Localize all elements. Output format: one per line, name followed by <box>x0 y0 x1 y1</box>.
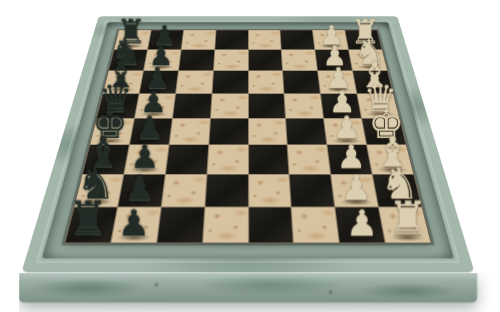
square-r8c5[interactable] <box>249 208 294 243</box>
square-r5c3[interactable] <box>169 118 209 144</box>
square-r3c4[interactable] <box>212 71 247 93</box>
square-r7c4[interactable] <box>205 175 247 207</box>
square-r5c5[interactable] <box>249 118 288 144</box>
square-r7c5[interactable] <box>249 175 291 207</box>
square-r8c4[interactable] <box>203 208 248 243</box>
square-r8c8[interactable]: ♜ <box>379 208 430 243</box>
square-r8c3[interactable] <box>157 208 204 243</box>
square-r6c5[interactable] <box>249 145 289 174</box>
piece-black-pawn[interactable]: ♟ <box>118 171 160 205</box>
tray-front-edge <box>19 273 477 303</box>
piece-white-rook[interactable]: ♜ <box>386 196 431 242</box>
square-r7c3[interactable] <box>162 175 206 207</box>
board: ♜♟♟♜♞♟♟♞♝♟♟♝♛♟♟♛♚♟♟♚♝♟♟♝♞♟♟♞♜♟♟♜ <box>64 30 432 244</box>
square-r1c5[interactable] <box>248 30 281 49</box>
square-r1c3[interactable] <box>181 30 215 49</box>
square-r4c4[interactable] <box>211 94 248 118</box>
piece-black-pawn[interactable]: ♟ <box>111 205 156 241</box>
square-r3c6[interactable] <box>283 71 320 93</box>
square-r5c6[interactable] <box>286 118 326 144</box>
square-r8c1[interactable]: ♜ <box>66 208 117 243</box>
square-r6c4[interactable] <box>207 145 247 174</box>
square-r8c2[interactable]: ♟ <box>111 208 160 243</box>
piece-white-pawn[interactable]: ♟ <box>340 205 385 241</box>
square-r8c6[interactable] <box>292 208 339 243</box>
square-r5c4[interactable] <box>209 118 248 144</box>
square-r8c7[interactable]: ♟ <box>336 208 385 243</box>
photo-canvas: ♜♟♟♜♞♟♟♞♝♟♟♝♛♟♟♛♚♟♟♚♝♟♟♝♞♟♟♞♜♟♟♜ <box>0 0 500 312</box>
square-r6c6[interactable] <box>288 145 330 174</box>
square-r7c6[interactable] <box>290 175 334 207</box>
square-r4c3[interactable] <box>173 94 211 118</box>
chessboard-scene: ♜♟♟♜♞♟♟♞♝♟♟♝♛♟♟♛♚♟♟♚♝♟♟♝♞♟♟♞♜♟♟♜ <box>68 0 428 298</box>
piece-white-pawn[interactable]: ♟ <box>335 171 377 205</box>
square-r1c4[interactable] <box>215 30 248 49</box>
stone-tray: ♜♟♟♜♞♟♟♞♝♟♟♝♛♟♟♛♚♟♟♚♝♟♟♝♞♟♟♞♜♟♟♜ <box>21 16 474 272</box>
square-r3c5[interactable] <box>248 71 283 93</box>
square-r4c6[interactable] <box>285 94 323 118</box>
square-r3c3[interactable] <box>176 71 213 93</box>
piece-black-rook[interactable]: ♜ <box>66 196 111 242</box>
square-r6c3[interactable] <box>166 145 208 174</box>
square-r1c6[interactable] <box>281 30 315 49</box>
square-r4c5[interactable] <box>248 94 285 118</box>
